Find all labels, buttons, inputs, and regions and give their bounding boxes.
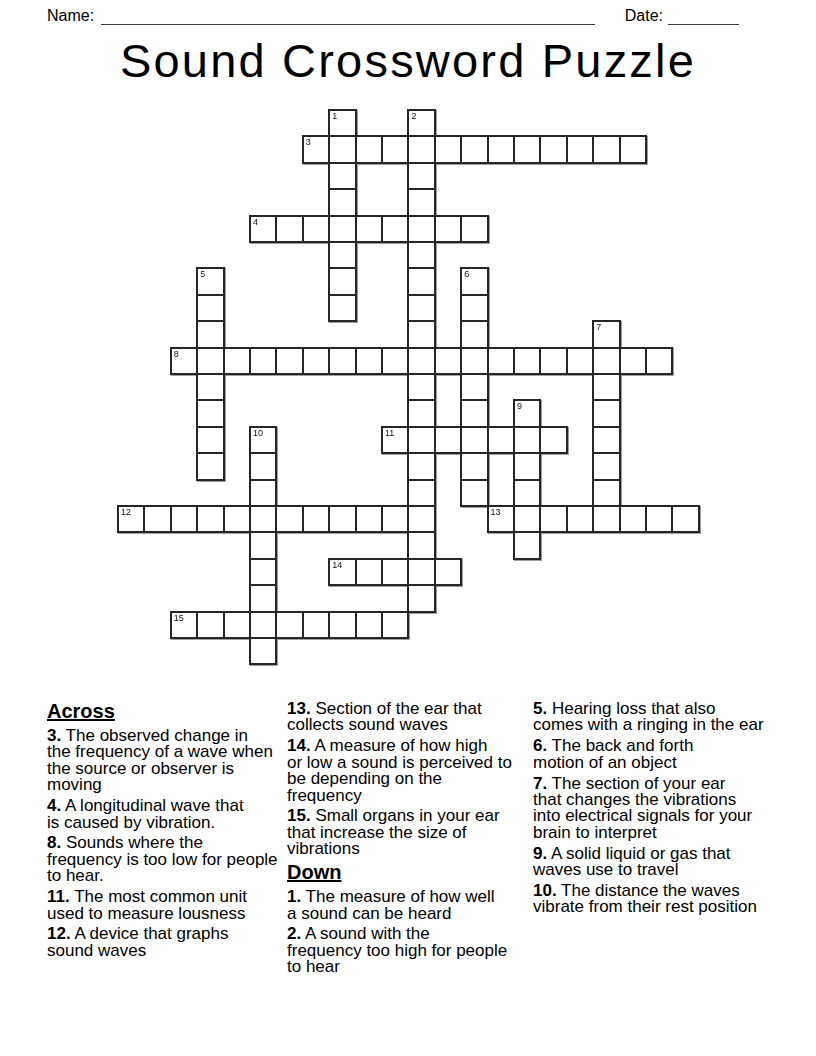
grid-cell[interactable] — [249, 558, 277, 586]
grid-cell[interactable] — [407, 162, 435, 190]
grid-cell[interactable] — [355, 347, 383, 375]
grid-cell[interactable] — [407, 584, 435, 612]
grid-cell[interactable] — [328, 135, 356, 163]
grid-cell[interactable] — [143, 505, 171, 533]
crossword-grid: 123456789101112131415 — [117, 109, 700, 666]
grid-cell[interactable] — [645, 347, 673, 375]
grid-cell[interactable] — [460, 399, 488, 427]
grid-cell[interactable] — [223, 611, 251, 639]
grid-cell[interactable] — [328, 347, 356, 375]
clue-down-5: 5. Hearing loss that also comes with a r… — [533, 701, 773, 734]
grid-cell[interactable] — [592, 373, 620, 401]
grid-cell[interactable] — [196, 426, 224, 454]
grid-cell-number: 3 — [306, 137, 311, 147]
grid-cell-number: 11 — [385, 428, 394, 438]
name-label: Name: — [47, 6, 94, 25]
grid-cell[interactable] — [249, 637, 277, 665]
grid-cell[interactable] — [355, 611, 383, 639]
grid-cell[interactable] — [592, 479, 620, 507]
grid-cell[interactable] — [566, 135, 594, 163]
grid-cell[interactable] — [381, 215, 409, 243]
grid-cell[interactable] — [196, 399, 224, 427]
grid-cell[interactable] — [249, 584, 277, 612]
grid-cell-number: 2 — [411, 111, 416, 121]
clue-down-10: 10. The distance the waves vibrate from … — [533, 883, 773, 916]
grid-cell[interactable]: 14 — [328, 558, 356, 586]
grid-cell[interactable] — [539, 347, 567, 375]
grid-cell[interactable] — [302, 505, 330, 533]
clue-text: A measure of how high or low a sound is … — [287, 736, 512, 804]
clue-down-1: 1. The measure of how well a sound can b… — [287, 889, 531, 922]
clue-text: A solid liquid or gas that waves use to … — [533, 844, 731, 879]
name-blank-line[interactable] — [101, 7, 595, 25]
grid-cell[interactable] — [513, 426, 541, 454]
grid-cell[interactable] — [460, 135, 488, 163]
grid-cell[interactable] — [513, 135, 541, 163]
clue-across-4: 4. A longitudinal wave that is caused by… — [47, 798, 285, 831]
grid-cell[interactable] — [381, 135, 409, 163]
grid-cell[interactable] — [592, 505, 620, 533]
grid-cell[interactable] — [619, 505, 647, 533]
clue-text: The most common unit used to measure lou… — [47, 887, 247, 922]
clue-text: A device that graphs sound waves — [47, 924, 228, 959]
grid-cell[interactable] — [407, 399, 435, 427]
grid-cell[interactable] — [487, 347, 515, 375]
grid-cell[interactable] — [460, 320, 488, 348]
grid-cell[interactable] — [592, 347, 620, 375]
grid-cell[interactable] — [407, 426, 435, 454]
grid-cell[interactable] — [328, 611, 356, 639]
clue-text: Hearing loss that also comes with a ring… — [533, 699, 764, 734]
grid-cell[interactable] — [355, 558, 383, 586]
grid-cell[interactable] — [460, 215, 488, 243]
grid-cell[interactable] — [355, 215, 383, 243]
page-title: Sound Crossword Puzzle — [0, 37, 816, 85]
grid-cell[interactable]: 3 — [302, 135, 330, 163]
grid-cell[interactable] — [592, 399, 620, 427]
grid-cell[interactable]: 5 — [196, 267, 224, 295]
clue-across-3: 3. The observed change in the frequency … — [47, 728, 285, 794]
grid-cell[interactable]: 7 — [592, 320, 620, 348]
clue-across-15: 15. Small organs in your ear that increa… — [287, 808, 531, 857]
grid-cell[interactable] — [513, 531, 541, 559]
date-blank-line[interactable] — [668, 7, 739, 25]
clue-column-2: 13. Section of the ear that collects sou… — [287, 701, 531, 980]
grid-cell[interactable] — [407, 479, 435, 507]
grid-cell[interactable] — [328, 162, 356, 190]
grid-cell[interactable] — [381, 505, 409, 533]
grid-cell-number: 4 — [253, 217, 258, 227]
across-heading: Across — [47, 701, 285, 722]
grid-cell[interactable] — [513, 479, 541, 507]
grid-cell[interactable] — [328, 267, 356, 295]
grid-cell[interactable] — [513, 505, 541, 533]
grid-cell[interactable]: 9 — [513, 399, 541, 427]
clue-text: A longitudinal wave that is caused by vi… — [47, 796, 244, 831]
grid-cell[interactable] — [645, 505, 673, 533]
grid-cell[interactable] — [434, 215, 462, 243]
grid-cell[interactable]: 12 — [117, 505, 145, 533]
grid-cell-number: 7 — [596, 322, 601, 332]
grid-cell[interactable] — [407, 452, 435, 480]
grid-cell[interactable] — [487, 426, 515, 454]
grid-cell[interactable] — [302, 215, 330, 243]
clue-down-9: 9. A solid liquid or gas that waves use … — [533, 846, 773, 879]
grid-cell[interactable]: 8 — [170, 347, 198, 375]
grid-cell[interactable] — [196, 611, 224, 639]
grid-cell-number: 6 — [464, 269, 469, 279]
grid-cell[interactable] — [196, 320, 224, 348]
clue-across-14: 14. A measure of how high or low a sound… — [287, 738, 531, 804]
grid-cell[interactable] — [355, 505, 383, 533]
clue-across-8: 8. Sounds where the frequency is too low… — [47, 835, 285, 884]
grid-cell[interactable] — [170, 505, 198, 533]
grid-cell[interactable] — [355, 135, 383, 163]
grid-cell[interactable] — [249, 505, 277, 533]
grid-cell[interactable] — [196, 294, 224, 322]
clue-text: The observed change in the frequency of … — [47, 726, 273, 794]
clue-down-6: 6. The back and forth motion of an objec… — [533, 738, 773, 771]
grid-cell[interactable] — [381, 558, 409, 586]
grid-cell[interactable] — [381, 611, 409, 639]
grid-cell[interactable] — [434, 347, 462, 375]
clue-column-1: Across 3. The observed change in the fre… — [47, 701, 285, 980]
grid-cell[interactable]: 6 — [460, 267, 488, 295]
grid-cell[interactable] — [328, 188, 356, 216]
grid-cell[interactable] — [249, 452, 277, 480]
clue-down-7: 7. The section of your ear that changes … — [533, 776, 773, 842]
grid-cell[interactable] — [539, 426, 567, 454]
grid-cell[interactable] — [460, 479, 488, 507]
grid-cell-number: 1 — [332, 111, 337, 121]
grid-cell[interactable] — [275, 215, 303, 243]
clue-text: Small organs in your ear that increase t… — [287, 806, 500, 858]
grid-cell-number: 14 — [332, 560, 342, 570]
clue-across-11: 11. The most common unit used to measure… — [47, 889, 285, 922]
grid-cell[interactable] — [592, 452, 620, 480]
clue-text: The section of your ear that changes the… — [533, 774, 752, 842]
clue-text: A sound with the frequency too high for … — [287, 924, 507, 976]
grid-cell[interactable] — [460, 294, 488, 322]
grid-cell[interactable] — [566, 347, 594, 375]
clue-text: Sounds where the frequency is too low fo… — [47, 833, 278, 885]
grid-cell[interactable] — [539, 505, 567, 533]
grid-cell[interactable] — [407, 558, 435, 586]
grid-cell[interactable] — [407, 188, 435, 216]
grid-cell-number: 8 — [174, 349, 179, 359]
grid-cell[interactable] — [460, 452, 488, 480]
grid-cell[interactable] — [302, 611, 330, 639]
grid-cell-number: 13 — [491, 507, 501, 517]
grid-cell[interactable]: 1 — [328, 109, 356, 137]
grid-cell[interactable] — [539, 135, 567, 163]
clue-text: The back and forth motion of an object — [533, 736, 693, 771]
grid-cell[interactable] — [407, 373, 435, 401]
grid-cell[interactable] — [275, 347, 303, 375]
grid-cell[interactable] — [223, 505, 251, 533]
grid-cell[interactable]: 13 — [487, 505, 515, 533]
grid-cell[interactable] — [407, 531, 435, 559]
grid-cell[interactable] — [249, 479, 277, 507]
grid-cell[interactable] — [275, 611, 303, 639]
grid-cell[interactable] — [381, 347, 409, 375]
clue-section: Across 3. The observed change in the fre… — [47, 701, 816, 980]
grid-cell[interactable] — [328, 505, 356, 533]
grid-cell[interactable] — [328, 215, 356, 243]
clue-across-13: 13. Section of the ear that collects sou… — [287, 701, 531, 734]
grid-cell-number: 5 — [200, 269, 205, 279]
grid-cell[interactable] — [196, 452, 224, 480]
date-label: Date: — [625, 6, 663, 25]
grid-cell[interactable] — [328, 241, 356, 269]
grid-cell[interactable] — [460, 347, 488, 375]
grid-cell[interactable] — [566, 505, 594, 533]
grid-cell[interactable] — [302, 347, 330, 375]
clue-column-3: 5. Hearing loss that also comes with a r… — [533, 701, 773, 980]
clue-across-12: 12. A device that graphs sound waves — [47, 926, 285, 959]
grid-cell[interactable]: 15 — [170, 611, 198, 639]
grid-cell-number: 10 — [253, 428, 263, 438]
grid-cell-number: 15 — [174, 613, 184, 623]
grid-cell[interactable] — [592, 135, 620, 163]
clue-text: The measure of how well a sound can be h… — [287, 887, 495, 922]
grid-cell[interactable]: 10 — [249, 426, 277, 454]
grid-cell[interactable] — [460, 426, 488, 454]
grid-cell[interactable] — [619, 135, 647, 163]
grid-cell[interactable] — [513, 452, 541, 480]
grid-cell[interactable] — [328, 294, 356, 322]
down-heading: Down — [287, 862, 531, 883]
grid-cell[interactable] — [407, 347, 435, 375]
grid-cell-number: 9 — [517, 401, 522, 411]
grid-cell[interactable] — [487, 135, 515, 163]
grid-cell[interactable] — [434, 426, 462, 454]
grid-cell[interactable] — [592, 426, 620, 454]
grid-cell[interactable] — [619, 347, 647, 375]
grid-cell[interactable]: 4 — [249, 215, 277, 243]
clue-down-2: 2. A sound with the frequency too high f… — [287, 926, 531, 975]
grid-cell[interactable] — [249, 531, 277, 559]
grid-cell[interactable] — [223, 347, 251, 375]
grid-cell[interactable] — [249, 611, 277, 639]
grid-cell[interactable] — [275, 505, 303, 533]
grid-cell[interactable] — [407, 241, 435, 269]
grid-cell[interactable] — [407, 267, 435, 295]
grid-cell[interactable] — [407, 135, 435, 163]
grid-cell[interactable] — [460, 373, 488, 401]
grid-cell[interactable] — [407, 505, 435, 533]
grid-cell[interactable] — [196, 373, 224, 401]
grid-cell[interactable] — [196, 347, 224, 375]
grid-cell-number: 12 — [121, 507, 131, 517]
grid-cell[interactable] — [513, 347, 541, 375]
grid-cell[interactable] — [407, 294, 435, 322]
grid-cell[interactable] — [434, 558, 462, 586]
grid-cell[interactable] — [407, 320, 435, 348]
worksheet-header: Name: Date: — [0, 0, 816, 25]
grid-cell[interactable]: 2 — [407, 109, 435, 137]
grid-cell[interactable] — [434, 135, 462, 163]
grid-cell[interactable] — [196, 505, 224, 533]
grid-cell[interactable]: 11 — [381, 426, 409, 454]
clue-text: The distance the waves vibrate from thei… — [533, 881, 757, 916]
grid-cell[interactable] — [249, 347, 277, 375]
grid-cell[interactable] — [671, 505, 699, 533]
clue-text: Section of the ear that collects sound w… — [287, 699, 482, 734]
grid-cell[interactable] — [407, 215, 435, 243]
